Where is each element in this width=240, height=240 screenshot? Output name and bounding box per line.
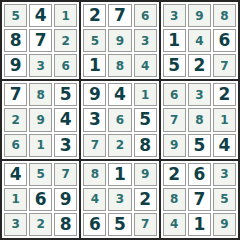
cell-r5c5[interactable]: 6 xyxy=(108,108,131,131)
cell-r9c8[interactable]: 1 xyxy=(188,213,211,236)
cell-r4c4[interactable]: 9 xyxy=(83,83,106,106)
cell-r1c6[interactable]: 6 xyxy=(134,4,157,27)
cell-r9c3[interactable]: 8 xyxy=(54,213,77,236)
cell-r2c1[interactable]: 8 xyxy=(4,29,27,52)
cell-r6c7[interactable]: 9 xyxy=(163,134,186,157)
cell-r9c9[interactable]: 9 xyxy=(213,213,236,236)
cell-r3c6[interactable]: 4 xyxy=(134,54,157,77)
cell-r8c3[interactable]: 9 xyxy=(54,188,77,211)
cell-r4c9[interactable]: 2 xyxy=(213,83,236,106)
cell-r3c5[interactable]: 8 xyxy=(108,54,131,77)
cell-r7c8[interactable]: 6 xyxy=(188,163,211,186)
cell-r3c4[interactable]: 1 xyxy=(83,54,106,77)
cell-r5c2[interactable]: 9 xyxy=(29,108,52,131)
cell-r4c1[interactable]: 7 xyxy=(4,83,27,106)
cell-r7c2[interactable]: 5 xyxy=(29,163,52,186)
cell-r7c7[interactable]: 2 xyxy=(163,163,186,186)
cell-r5c7[interactable]: 7 xyxy=(163,108,186,131)
cell-r6c1[interactable]: 6 xyxy=(4,134,27,157)
cell-r9c2[interactable]: 2 xyxy=(29,213,52,236)
box-4: 785294613 xyxy=(2,81,79,158)
cell-r3c8[interactable]: 2 xyxy=(188,54,211,77)
box-7: 457169328 xyxy=(2,161,79,238)
box-2: 276593184 xyxy=(81,2,158,79)
box-3: 398146527 xyxy=(161,2,238,79)
cell-r5c4[interactable]: 3 xyxy=(83,108,106,131)
cell-r6c8[interactable]: 5 xyxy=(188,134,211,157)
cell-r2c3[interactable]: 2 xyxy=(54,29,77,52)
cell-r6c9[interactable]: 4 xyxy=(213,134,236,157)
cell-r2c8[interactable]: 4 xyxy=(188,29,211,52)
cell-r1c2[interactable]: 4 xyxy=(29,4,52,27)
cell-r6c5[interactable]: 2 xyxy=(108,134,131,157)
cell-r5c3[interactable]: 4 xyxy=(54,108,77,131)
cell-r1c8[interactable]: 9 xyxy=(188,4,211,27)
cell-r2c6[interactable]: 3 xyxy=(134,29,157,52)
cell-r9c6[interactable]: 7 xyxy=(134,213,157,236)
box-9: 263875419 xyxy=(161,161,238,238)
sudoku-board: 5418729362765931843981465277852946139413… xyxy=(0,0,240,240)
cell-r9c4[interactable]: 6 xyxy=(83,213,106,236)
cell-r1c1[interactable]: 5 xyxy=(4,4,27,27)
cell-r2c4[interactable]: 5 xyxy=(83,29,106,52)
cell-r3c7[interactable]: 5 xyxy=(163,54,186,77)
cell-r9c1[interactable]: 3 xyxy=(4,213,27,236)
cell-r7c4[interactable]: 8 xyxy=(83,163,106,186)
cell-r2c5[interactable]: 9 xyxy=(108,29,131,52)
cell-r5c1[interactable]: 2 xyxy=(4,108,27,131)
cell-r2c7[interactable]: 1 xyxy=(163,29,186,52)
cell-r8c8[interactable]: 7 xyxy=(188,188,211,211)
cell-r9c7[interactable]: 4 xyxy=(163,213,186,236)
cell-r2c9[interactable]: 6 xyxy=(213,29,236,52)
cell-r6c6[interactable]: 8 xyxy=(134,134,157,157)
cell-r5c9[interactable]: 1 xyxy=(213,108,236,131)
cell-r4c5[interactable]: 4 xyxy=(108,83,131,106)
cell-r8c5[interactable]: 3 xyxy=(108,188,131,211)
cell-r7c3[interactable]: 7 xyxy=(54,163,77,186)
cell-r5c6[interactable]: 5 xyxy=(134,108,157,131)
cell-r4c3[interactable]: 5 xyxy=(54,83,77,106)
cell-r8c4[interactable]: 4 xyxy=(83,188,106,211)
cell-r3c9[interactable]: 7 xyxy=(213,54,236,77)
box-5: 941365728 xyxy=(81,81,158,158)
cell-r6c3[interactable]: 3 xyxy=(54,134,77,157)
cell-r1c3[interactable]: 1 xyxy=(54,4,77,27)
cell-r4c7[interactable]: 6 xyxy=(163,83,186,106)
cell-r3c3[interactable]: 6 xyxy=(54,54,77,77)
cell-r1c9[interactable]: 8 xyxy=(213,4,236,27)
cell-r4c8[interactable]: 3 xyxy=(188,83,211,106)
cell-r1c5[interactable]: 7 xyxy=(108,4,131,27)
cell-r5c8[interactable]: 8 xyxy=(188,108,211,131)
cell-r1c7[interactable]: 3 xyxy=(163,4,186,27)
cell-r1c4[interactable]: 2 xyxy=(83,4,106,27)
cell-r3c1[interactable]: 9 xyxy=(4,54,27,77)
cell-r7c9[interactable]: 3 xyxy=(213,163,236,186)
cell-r2c2[interactable]: 7 xyxy=(29,29,52,52)
cell-r8c9[interactable]: 5 xyxy=(213,188,236,211)
cell-r7c1[interactable]: 4 xyxy=(4,163,27,186)
cell-r7c6[interactable]: 9 xyxy=(134,163,157,186)
cell-r3c2[interactable]: 3 xyxy=(29,54,52,77)
cell-r6c2[interactable]: 1 xyxy=(29,134,52,157)
cell-r6c4[interactable]: 7 xyxy=(83,134,106,157)
cell-r8c7[interactable]: 8 xyxy=(163,188,186,211)
box-8: 819432657 xyxy=(81,161,158,238)
cell-r9c5[interactable]: 5 xyxy=(108,213,131,236)
cell-r8c2[interactable]: 6 xyxy=(29,188,52,211)
cell-r8c6[interactable]: 2 xyxy=(134,188,157,211)
box-1: 541872936 xyxy=(2,2,79,79)
box-6: 632781954 xyxy=(161,81,238,158)
cell-r4c2[interactable]: 8 xyxy=(29,83,52,106)
cell-r8c1[interactable]: 1 xyxy=(4,188,27,211)
cell-r4c6[interactable]: 1 xyxy=(134,83,157,106)
cell-r7c5[interactable]: 1 xyxy=(108,163,131,186)
